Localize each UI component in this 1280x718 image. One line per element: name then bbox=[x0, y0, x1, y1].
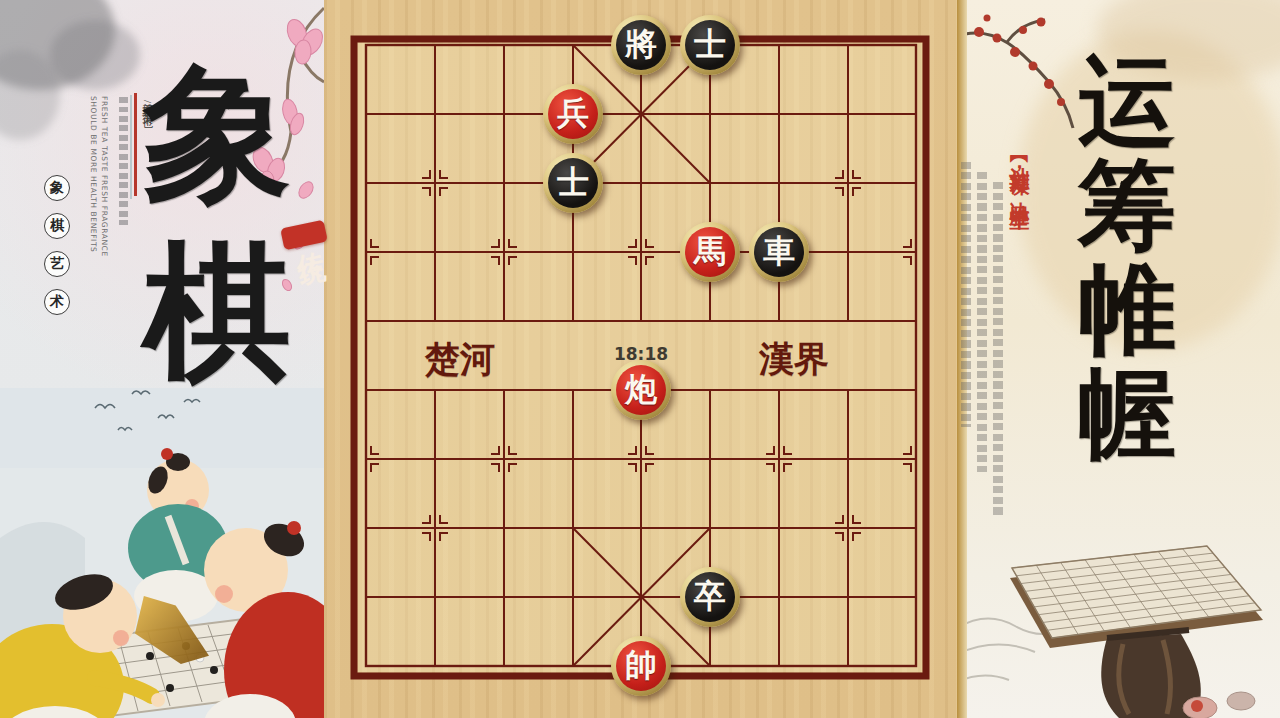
piece-glyph: 士 bbox=[694, 23, 726, 67]
small-text-column bbox=[961, 162, 971, 427]
small-text-column bbox=[993, 182, 1003, 517]
piece-face: 兵 bbox=[548, 89, 598, 139]
divider-line-gray bbox=[130, 95, 132, 199]
circle-char: 术 bbox=[44, 289, 70, 315]
piece-red-general[interactable]: 帥 bbox=[611, 636, 671, 696]
small-text-column bbox=[119, 97, 128, 225]
circle-char: 象 bbox=[44, 175, 70, 201]
piece-face: 將 bbox=[616, 20, 666, 70]
piece-black-chariot[interactable]: 車 bbox=[749, 222, 809, 282]
english-subtitle: FRESH TEA TASTE FRESH FRAGRANCE SHOULD B… bbox=[88, 96, 110, 257]
right-poster: 运 筹 帷 幄 【计划筹谋，决胜千里】 bbox=[957, 0, 1280, 718]
piece-face: 馬 bbox=[685, 227, 735, 277]
circled-characters: 象 棋 艺 术 bbox=[44, 175, 70, 327]
piece-face: 士 bbox=[685, 20, 735, 70]
left-poster-title: 象 棋 bbox=[142, 46, 292, 402]
piece-glyph: 士 bbox=[557, 161, 589, 205]
xiangqi-board-panel[interactable]: 楚河 漢界 18:18 將士兵士馬車炮卒帥 bbox=[324, 0, 957, 718]
circle-char: 棋 bbox=[44, 213, 70, 239]
piece-black-advisor[interactable]: 士 bbox=[543, 153, 603, 213]
piece-glyph: 兵 bbox=[557, 92, 589, 136]
piece-red-soldier[interactable]: 兵 bbox=[543, 84, 603, 144]
piece-face: 卒 bbox=[685, 572, 735, 622]
piece-black-soldier[interactable]: 卒 bbox=[680, 567, 740, 627]
piece-black-general[interactable]: 將 bbox=[611, 15, 671, 75]
circle-char: 艺 bbox=[44, 251, 70, 277]
piece-red-cannon[interactable]: 炮 bbox=[611, 360, 671, 420]
piece-glyph: 馬 bbox=[694, 230, 726, 274]
children-playing-illustration bbox=[0, 388, 324, 718]
xiangqi-app-screen: FRESH TEA TASTE FRESH FRAGRANCE SHOULD B… bbox=[0, 0, 1280, 718]
piece-face: 炮 bbox=[616, 365, 666, 415]
right-poster-slogan: 【计划筹谋，决胜千里】 bbox=[1007, 148, 1034, 201]
river-label-left: 楚河 bbox=[425, 336, 495, 383]
divider-line-red bbox=[134, 93, 137, 196]
piece-face: 車 bbox=[754, 227, 804, 277]
piece-glyph: 帥 bbox=[625, 644, 657, 688]
piece-glyph: 炮 bbox=[625, 368, 657, 412]
piece-face: 士 bbox=[548, 158, 598, 208]
piece-face: 帥 bbox=[616, 641, 666, 691]
piece-glyph: 車 bbox=[763, 230, 795, 274]
river-label-right: 漢界 bbox=[759, 336, 829, 383]
piece-glyph: 卒 bbox=[694, 575, 726, 619]
piece-red-horse[interactable]: 馬 bbox=[680, 222, 740, 282]
piece-glyph: 將 bbox=[625, 23, 657, 67]
left-poster: FRESH TEA TASTE FRESH FRAGRANCE SHOULD B… bbox=[0, 0, 324, 718]
piece-black-advisor[interactable]: 士 bbox=[680, 15, 740, 75]
small-text-column bbox=[977, 172, 987, 472]
right-poster-title: 运 筹 帷 幄 bbox=[1065, 50, 1189, 466]
